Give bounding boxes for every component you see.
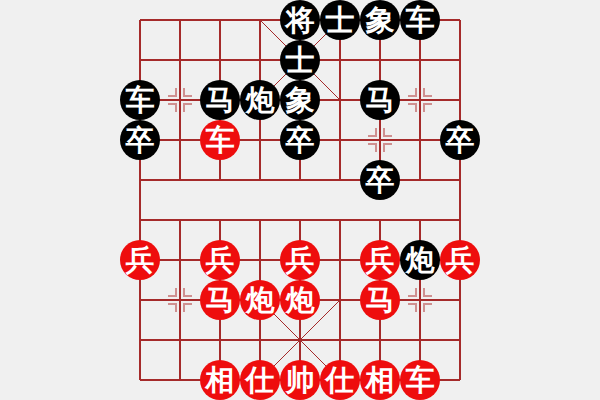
- black-advisor[interactable]: 士: [280, 40, 320, 80]
- black-elephant[interactable]: 象: [280, 80, 320, 120]
- red-advisor[interactable]: 仕: [240, 360, 280, 400]
- black-advisor[interactable]: 士: [320, 0, 360, 40]
- black-horse[interactable]: 马: [360, 80, 400, 120]
- black-soldier[interactable]: 卒: [440, 120, 480, 160]
- black-cannon[interactable]: 炮: [400, 240, 440, 280]
- xiangqi-board: 将士象车士车马炮象马卒车卒卒卒兵兵兵兵炮兵马炮炮马相仕帅仕相车: [120, 0, 480, 400]
- red-cannon[interactable]: 炮: [280, 280, 320, 320]
- red-horse[interactable]: 马: [200, 280, 240, 320]
- black-general[interactable]: 将: [280, 0, 320, 40]
- red-soldier[interactable]: 兵: [280, 240, 320, 280]
- red-elephant[interactable]: 相: [360, 360, 400, 400]
- red-soldier[interactable]: 兵: [440, 240, 480, 280]
- red-soldier[interactable]: 兵: [120, 240, 160, 280]
- red-soldier[interactable]: 兵: [360, 240, 400, 280]
- xiangqi-app: 将士象车士车马炮象马卒车卒卒卒兵兵兵兵炮兵马炮炮马相仕帅仕相车: [0, 0, 600, 400]
- black-chariot[interactable]: 车: [400, 0, 440, 40]
- red-soldier[interactable]: 兵: [200, 240, 240, 280]
- red-horse[interactable]: 马: [360, 280, 400, 320]
- red-chariot[interactable]: 车: [200, 120, 240, 160]
- black-soldier[interactable]: 卒: [120, 120, 160, 160]
- piece-layer: 将士象车士车马炮象马卒车卒卒卒兵兵兵兵炮兵马炮炮马相仕帅仕相车: [120, 0, 480, 400]
- red-advisor[interactable]: 仕: [320, 360, 360, 400]
- black-cannon[interactable]: 炮: [240, 80, 280, 120]
- red-chariot[interactable]: 车: [400, 360, 440, 400]
- black-horse[interactable]: 马: [200, 80, 240, 120]
- red-elephant[interactable]: 相: [200, 360, 240, 400]
- black-chariot[interactable]: 车: [120, 80, 160, 120]
- red-cannon[interactable]: 炮: [240, 280, 280, 320]
- black-soldier[interactable]: 卒: [360, 160, 400, 200]
- black-soldier[interactable]: 卒: [280, 120, 320, 160]
- black-elephant[interactable]: 象: [360, 0, 400, 40]
- red-general[interactable]: 帅: [280, 360, 320, 400]
